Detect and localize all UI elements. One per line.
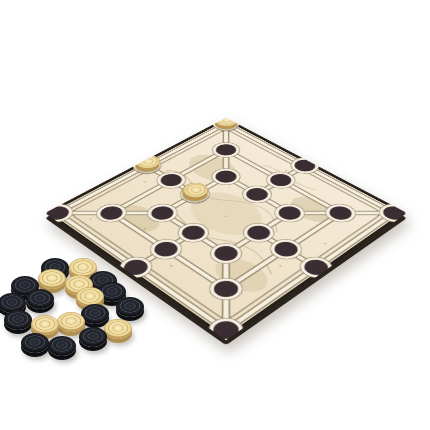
tray-piece-white[interactable]: [57, 312, 85, 332]
tray-piece-white[interactable]: [31, 315, 59, 335]
tray-piece-black[interactable]: [79, 327, 107, 347]
product-photo-scene: [0, 0, 430, 430]
tray-piece-black[interactable]: [26, 289, 54, 309]
tray-piece-black[interactable]: [116, 297, 144, 317]
tray-piece-black[interactable]: [81, 304, 109, 324]
tray-piece-black[interactable]: [4, 310, 32, 330]
tray-piece-black[interactable]: [48, 336, 76, 356]
tray-piece-white[interactable]: [38, 269, 66, 289]
board-wrapper: [0, 0, 430, 430]
tray-piece-black[interactable]: [21, 333, 49, 353]
tray-piece-white[interactable]: [104, 319, 132, 339]
